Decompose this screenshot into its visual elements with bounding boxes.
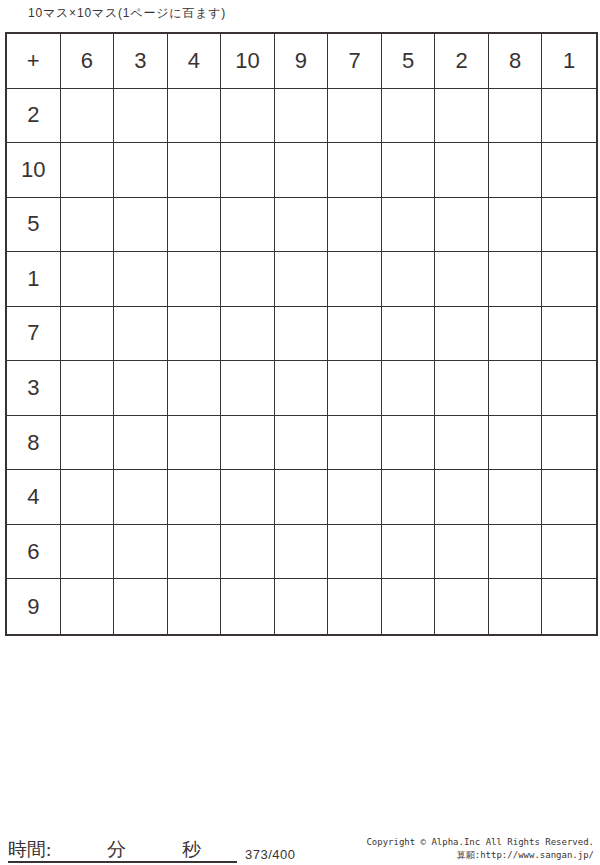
answer-cell[interactable] (114, 89, 168, 144)
answer-cell[interactable] (275, 252, 329, 307)
answer-cell[interactable] (275, 416, 329, 471)
answer-cell[interactable] (435, 416, 489, 471)
row-header-cell: 2 (7, 89, 61, 144)
page-number: 373/400 (245, 847, 296, 862)
answer-cell[interactable] (61, 307, 115, 362)
answer-cell[interactable] (168, 252, 222, 307)
answer-cell[interactable] (435, 143, 489, 198)
row-header-cell: 7 (7, 307, 61, 362)
answer-cell[interactable] (328, 361, 382, 416)
answer-cell[interactable] (435, 198, 489, 253)
answer-cell[interactable] (489, 143, 543, 198)
answer-cell[interactable] (542, 252, 596, 307)
answer-cell[interactable] (61, 89, 115, 144)
answer-cell[interactable] (328, 470, 382, 525)
answer-cell[interactable] (168, 525, 222, 580)
answer-cell[interactable] (542, 143, 596, 198)
answer-cell[interactable] (61, 470, 115, 525)
answer-cell[interactable] (168, 416, 222, 471)
row-header-cell: 5 (7, 198, 61, 253)
col-header-cell: 7 (328, 34, 382, 89)
answer-cell[interactable] (221, 416, 275, 471)
answer-cell[interactable] (382, 143, 436, 198)
answer-cell[interactable] (542, 89, 596, 144)
answer-cell[interactable] (542, 525, 596, 580)
answer-cell[interactable] (328, 143, 382, 198)
answer-cell[interactable] (382, 525, 436, 580)
answer-cell[interactable] (221, 470, 275, 525)
answer-cell[interactable] (275, 89, 329, 144)
answer-cell[interactable] (382, 361, 436, 416)
copyright-line2: 算願:http://www.sangan.jp/ (366, 849, 594, 862)
answer-cell[interactable] (542, 198, 596, 253)
answer-cell[interactable] (435, 361, 489, 416)
col-header-cell: 2 (435, 34, 489, 89)
answer-cell[interactable] (328, 252, 382, 307)
answer-cell[interactable] (435, 525, 489, 580)
answer-cell[interactable] (382, 416, 436, 471)
row-header-cell: 4 (7, 470, 61, 525)
row-header-cell: 6 (7, 525, 61, 580)
answer-cell[interactable] (275, 361, 329, 416)
answer-cell[interactable] (61, 143, 115, 198)
answer-cell[interactable] (168, 143, 222, 198)
time-label: 時間: (8, 837, 51, 863)
answer-cell[interactable] (542, 307, 596, 362)
addition-grid: +6341097528121051738469 (5, 32, 598, 636)
answer-cell[interactable] (328, 525, 382, 580)
worksheet-title: 10マス×10マス(1ページに百ます) (28, 5, 226, 22)
answer-cell[interactable] (542, 416, 596, 471)
answer-cell[interactable] (61, 252, 115, 307)
copyright-block: Copyright © Alpha.Inc All Rights Reserve… (366, 836, 594, 862)
answer-cell[interactable] (221, 361, 275, 416)
answer-cell[interactable] (382, 198, 436, 253)
answer-cell[interactable] (61, 525, 115, 580)
minutes-label: 分 (107, 837, 126, 863)
time-entry-line[interactable]: 時間: 分 秒 (8, 835, 237, 863)
col-header-cell: 5 (382, 34, 436, 89)
answer-cell[interactable] (382, 252, 436, 307)
answer-cell[interactable] (61, 579, 115, 634)
answer-cell[interactable] (114, 361, 168, 416)
answer-cell[interactable] (542, 470, 596, 525)
answer-cell[interactable] (114, 579, 168, 634)
row-header-cell: 3 (7, 361, 61, 416)
col-header-cell: 10 (221, 34, 275, 89)
answer-cell[interactable] (542, 579, 596, 634)
answer-cell[interactable] (328, 307, 382, 362)
answer-cell[interactable] (435, 89, 489, 144)
answer-cell[interactable] (221, 579, 275, 634)
answer-cell[interactable] (168, 361, 222, 416)
answer-cell[interactable] (489, 89, 543, 144)
answer-cell[interactable] (61, 361, 115, 416)
seconds-label: 秒 (182, 837, 201, 863)
answer-cell[interactable] (275, 579, 329, 634)
answer-cell[interactable] (114, 252, 168, 307)
answer-cell[interactable] (328, 416, 382, 471)
answer-cell[interactable] (435, 579, 489, 634)
answer-cell[interactable] (382, 307, 436, 362)
col-header-cell: 6 (61, 34, 115, 89)
col-header-cell: 4 (168, 34, 222, 89)
answer-cell[interactable] (275, 470, 329, 525)
answer-cell[interactable] (168, 198, 222, 253)
answer-cell[interactable] (489, 361, 543, 416)
answer-cell[interactable] (328, 198, 382, 253)
answer-cell[interactable] (382, 470, 436, 525)
answer-cell[interactable] (114, 143, 168, 198)
answer-cell[interactable] (114, 416, 168, 471)
answer-cell[interactable] (168, 579, 222, 634)
answer-cell[interactable] (489, 579, 543, 634)
answer-cell[interactable] (382, 89, 436, 144)
answer-cell[interactable] (435, 470, 489, 525)
answer-cell[interactable] (114, 307, 168, 362)
answer-cell[interactable] (221, 252, 275, 307)
answer-cell[interactable] (221, 143, 275, 198)
answer-cell[interactable] (328, 579, 382, 634)
answer-cell[interactable] (542, 361, 596, 416)
row-header-cell: 10 (7, 143, 61, 198)
answer-cell[interactable] (221, 525, 275, 580)
answer-cell[interactable] (489, 525, 543, 580)
answer-cell[interactable] (168, 470, 222, 525)
answer-cell[interactable] (489, 470, 543, 525)
col-header-cell: 1 (542, 34, 596, 89)
copyright-line1: Copyright © Alpha.Inc All Rights Reserve… (366, 836, 594, 849)
row-header-cell: 1 (7, 252, 61, 307)
answer-cell[interactable] (221, 307, 275, 362)
answer-cell[interactable] (275, 525, 329, 580)
answer-cell[interactable] (275, 198, 329, 253)
answer-cell[interactable] (221, 198, 275, 253)
answer-cell[interactable] (114, 198, 168, 253)
worksheet-page: 10マス×10マス(1ページに百ます) +6341097528121051738… (0, 0, 600, 865)
answer-cell[interactable] (489, 252, 543, 307)
answer-cell[interactable] (328, 89, 382, 144)
answer-cell[interactable] (382, 579, 436, 634)
col-header-cell: 3 (114, 34, 168, 89)
col-header-cell: 8 (489, 34, 543, 89)
answer-cell[interactable] (489, 307, 543, 362)
row-header-cell: 8 (7, 416, 61, 471)
answer-cell[interactable] (275, 307, 329, 362)
answer-cell[interactable] (61, 416, 115, 471)
answer-cell[interactable] (168, 89, 222, 144)
operator-cell: + (7, 34, 61, 89)
answer-cell[interactable] (489, 416, 543, 471)
answer-cell[interactable] (435, 307, 489, 362)
answer-cell[interactable] (489, 198, 543, 253)
answer-cell[interactable] (221, 89, 275, 144)
answer-cell[interactable] (114, 470, 168, 525)
answer-cell[interactable] (168, 307, 222, 362)
answer-cell[interactable] (275, 143, 329, 198)
answer-cell[interactable] (114, 525, 168, 580)
answer-cell[interactable] (435, 252, 489, 307)
col-header-cell: 9 (275, 34, 329, 89)
answer-cell[interactable] (61, 198, 115, 253)
row-header-cell: 9 (7, 579, 61, 634)
